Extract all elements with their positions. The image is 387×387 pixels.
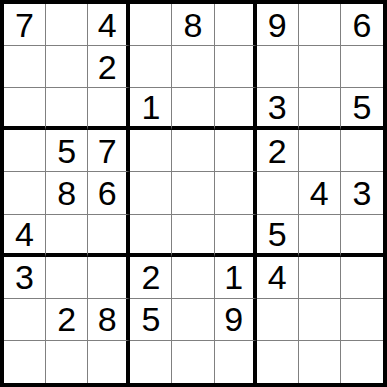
cell-r3c3-empty[interactable] <box>88 88 130 130</box>
cell-r8c5-empty[interactable] <box>172 299 214 341</box>
cell-r3c8-empty[interactable] <box>299 88 341 130</box>
cell-r1c5-given: 8 <box>172 4 214 46</box>
cell-r1c6-empty[interactable] <box>215 4 257 46</box>
cell-r3c7-given: 3 <box>257 88 299 130</box>
cell-r8c9-empty[interactable] <box>341 299 383 341</box>
cell-r4c2-given: 5 <box>46 130 88 172</box>
cell-r8c8-empty[interactable] <box>299 299 341 341</box>
cell-r8c7-empty[interactable] <box>257 299 299 341</box>
cell-r5c3-given: 6 <box>88 172 130 214</box>
cell-r1c7-given: 9 <box>257 4 299 46</box>
cell-r5c1-empty[interactable] <box>4 172 46 214</box>
cell-r8c4-given: 5 <box>130 299 172 341</box>
cell-r3c5-empty[interactable] <box>172 88 214 130</box>
cell-r1c1-given: 7 <box>4 4 46 46</box>
cell-r2c9-empty[interactable] <box>341 46 383 88</box>
cell-r3c6-empty[interactable] <box>215 88 257 130</box>
cell-r6c3-empty[interactable] <box>88 215 130 257</box>
cell-r8c3-given: 8 <box>88 299 130 341</box>
cell-r3c9-given: 5 <box>341 88 383 130</box>
cell-r7c8-empty[interactable] <box>299 257 341 299</box>
cell-r2c5-empty[interactable] <box>172 46 214 88</box>
cell-r8c6-given: 9 <box>215 299 257 341</box>
cell-r7c3-empty[interactable] <box>88 257 130 299</box>
cell-r9c4-empty[interactable] <box>130 341 172 383</box>
cell-r7c7-given: 4 <box>257 257 299 299</box>
cell-r6c1-given: 4 <box>4 215 46 257</box>
cell-r7c1-given: 3 <box>4 257 46 299</box>
cell-r9c2-empty[interactable] <box>46 341 88 383</box>
cell-r6c8-empty[interactable] <box>299 215 341 257</box>
cell-r4c6-empty[interactable] <box>215 130 257 172</box>
cell-r2c8-empty[interactable] <box>299 46 341 88</box>
cell-r5c8-given: 4 <box>299 172 341 214</box>
cell-r6c9-empty[interactable] <box>341 215 383 257</box>
cell-r5c2-given: 8 <box>46 172 88 214</box>
cell-r4c4-empty[interactable] <box>130 130 172 172</box>
cell-r2c7-empty[interactable] <box>257 46 299 88</box>
cell-r9c6-empty[interactable] <box>215 341 257 383</box>
cell-r5c4-empty[interactable] <box>130 172 172 214</box>
cell-r8c2-given: 2 <box>46 299 88 341</box>
cell-r3c1-empty[interactable] <box>4 88 46 130</box>
cell-r1c4-empty[interactable] <box>130 4 172 46</box>
cell-r6c5-empty[interactable] <box>172 215 214 257</box>
cell-r4c5-empty[interactable] <box>172 130 214 172</box>
cell-r5c5-empty[interactable] <box>172 172 214 214</box>
cell-r9c7-empty[interactable] <box>257 341 299 383</box>
cell-r3c2-empty[interactable] <box>46 88 88 130</box>
cell-r7c6-given: 1 <box>215 257 257 299</box>
cell-r4c8-empty[interactable] <box>299 130 341 172</box>
cell-r5c6-empty[interactable] <box>215 172 257 214</box>
cell-r8c1-empty[interactable] <box>4 299 46 341</box>
cell-r1c2-empty[interactable] <box>46 4 88 46</box>
cell-r5c7-empty[interactable] <box>257 172 299 214</box>
cell-r6c7-given: 5 <box>257 215 299 257</box>
cell-r9c8-empty[interactable] <box>299 341 341 383</box>
cell-r2c2-empty[interactable] <box>46 46 88 88</box>
cell-r2c3-given: 2 <box>88 46 130 88</box>
cell-r2c4-empty[interactable] <box>130 46 172 88</box>
cell-r1c9-given: 6 <box>341 4 383 46</box>
cell-r7c4-given: 2 <box>130 257 172 299</box>
cell-r2c1-empty[interactable] <box>4 46 46 88</box>
cell-r4c7-given: 2 <box>257 130 299 172</box>
cell-r4c3-given: 7 <box>88 130 130 172</box>
cell-r9c9-empty[interactable] <box>341 341 383 383</box>
cell-r6c6-empty[interactable] <box>215 215 257 257</box>
cell-r1c3-given: 4 <box>88 4 130 46</box>
cell-r6c2-empty[interactable] <box>46 215 88 257</box>
cell-r5c9-given: 3 <box>341 172 383 214</box>
cell-r1c8-empty[interactable] <box>299 4 341 46</box>
cell-r7c9-empty[interactable] <box>341 257 383 299</box>
cell-r9c3-empty[interactable] <box>88 341 130 383</box>
cell-r4c9-empty[interactable] <box>341 130 383 172</box>
cell-r2c6-empty[interactable] <box>215 46 257 88</box>
cell-r4c1-empty[interactable] <box>4 130 46 172</box>
cell-r7c2-empty[interactable] <box>46 257 88 299</box>
sudoku-board: 74896213557286434532142859 <box>0 0 387 387</box>
cell-r3c4-given: 1 <box>130 88 172 130</box>
cell-r9c5-empty[interactable] <box>172 341 214 383</box>
cell-r6c4-empty[interactable] <box>130 215 172 257</box>
cell-r9c1-empty[interactable] <box>4 341 46 383</box>
cell-r7c5-empty[interactable] <box>172 257 214 299</box>
